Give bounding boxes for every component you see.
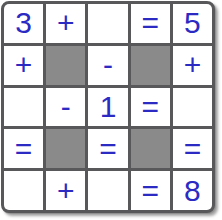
cell-r1c0: + [4,46,43,85]
puzzle-stage: 3 + = 5 + - + - 1 = = = = + = 8 [0,0,222,220]
cell-r0c0: 3 [4,4,43,43]
cell-r2c2: 1 [88,88,127,127]
cell-r4c2[interactable] [88,171,127,210]
cell-r0c2[interactable] [88,4,127,43]
cell-r3c3 [131,129,170,168]
cell-r4c3: = [131,171,170,210]
crossmath-board: 3 + = 5 + - + - 1 = = = = + = 8 [1,1,215,213]
cell-r1c4: + [173,46,212,85]
cell-r1c1 [46,46,85,85]
cell-r4c4: 8 [173,171,212,210]
cell-r0c4: 5 [173,4,212,43]
cell-r1c2: - [88,46,127,85]
cell-r2c1: - [46,88,85,127]
cell-r3c4: = [173,129,212,168]
cell-r3c0: = [4,129,43,168]
cell-r0c3: = [131,4,170,43]
cell-r4c1: + [46,171,85,210]
cell-r2c3: = [131,88,170,127]
puzzle-grid: 3 + = 5 + - + - 1 = = = = + = 8 [4,4,212,210]
cell-r3c1 [46,129,85,168]
cell-r1c3 [131,46,170,85]
cell-r2c0[interactable] [4,88,43,127]
cell-r4c0[interactable] [4,171,43,210]
cell-r0c1: + [46,4,85,43]
cell-r2c4[interactable] [173,88,212,127]
cell-r3c2: = [88,129,127,168]
